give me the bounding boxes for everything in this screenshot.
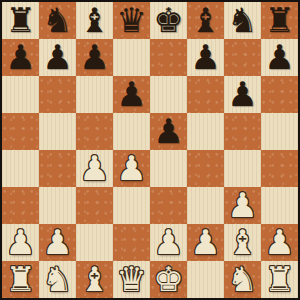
square-e3[interactable] [150, 187, 187, 224]
square-d3[interactable] [113, 187, 150, 224]
square-h7[interactable]: ♟ [261, 39, 298, 76]
square-d2[interactable] [113, 224, 150, 261]
square-d6[interactable]: ♟ [113, 76, 150, 113]
square-b3[interactable] [39, 187, 76, 224]
square-b1[interactable]: ♞ [39, 261, 76, 298]
square-a7[interactable]: ♟ [2, 39, 39, 76]
square-g8[interactable]: ♞ [224, 2, 261, 39]
square-b5[interactable] [39, 113, 76, 150]
black-pawn: ♟ [42, 39, 72, 76]
white-pawn: ♟ [42, 224, 72, 261]
square-c3[interactable] [76, 187, 113, 224]
white-bishop: ♝ [79, 261, 109, 298]
square-b7[interactable]: ♟ [39, 39, 76, 76]
square-f2[interactable]: ♟ [187, 224, 224, 261]
square-a1[interactable]: ♜ [2, 261, 39, 298]
square-h2[interactable]: ♟ [261, 224, 298, 261]
square-g6[interactable]: ♟ [224, 76, 261, 113]
square-g2[interactable]: ♝ [224, 224, 261, 261]
square-h6[interactable] [261, 76, 298, 113]
square-c8[interactable]: ♝ [76, 2, 113, 39]
black-pawn: ♟ [227, 76, 257, 113]
square-d5[interactable] [113, 113, 150, 150]
square-h5[interactable] [261, 113, 298, 150]
square-c4[interactable]: ♟ [76, 150, 113, 187]
square-b2[interactable]: ♟ [39, 224, 76, 261]
black-pawn: ♟ [190, 39, 220, 76]
square-h1[interactable]: ♜ [261, 261, 298, 298]
square-g4[interactable] [224, 150, 261, 187]
white-queen: ♛ [116, 261, 146, 298]
square-c2[interactable] [76, 224, 113, 261]
white-pawn: ♟ [5, 224, 35, 261]
white-rook: ♜ [5, 261, 35, 298]
white-pawn: ♟ [227, 187, 257, 224]
square-a8[interactable]: ♜ [2, 2, 39, 39]
square-h8[interactable]: ♜ [261, 2, 298, 39]
square-e7[interactable] [150, 39, 187, 76]
white-knight: ♞ [227, 261, 257, 298]
square-e2[interactable]: ♟ [150, 224, 187, 261]
square-a5[interactable] [2, 113, 39, 150]
square-d4[interactable]: ♟ [113, 150, 150, 187]
square-b6[interactable] [39, 76, 76, 113]
white-pawn: ♟ [79, 150, 109, 187]
black-pawn: ♟ [264, 39, 294, 76]
white-pawn: ♟ [116, 150, 146, 187]
square-g1[interactable]: ♞ [224, 261, 261, 298]
square-c1[interactable]: ♝ [76, 261, 113, 298]
square-h4[interactable] [261, 150, 298, 187]
white-knight: ♞ [42, 261, 72, 298]
chess-board: ♜♞♝♛♚♝♞♜♟♟♟♟♟♟♟♟♟♟♟♟♟♟♟♝♟♜♞♝♛♚♞♜ [2, 2, 298, 298]
square-f7[interactable]: ♟ [187, 39, 224, 76]
black-rook: ♜ [264, 2, 294, 39]
square-h3[interactable] [261, 187, 298, 224]
square-d8[interactable]: ♛ [113, 2, 150, 39]
square-f6[interactable] [187, 76, 224, 113]
square-f3[interactable] [187, 187, 224, 224]
square-c5[interactable] [76, 113, 113, 150]
square-g7[interactable] [224, 39, 261, 76]
black-knight: ♞ [227, 2, 257, 39]
square-b8[interactable]: ♞ [39, 2, 76, 39]
black-pawn: ♟ [5, 39, 35, 76]
white-king: ♚ [153, 261, 183, 298]
square-f5[interactable] [187, 113, 224, 150]
white-bishop: ♝ [227, 224, 257, 261]
square-f1[interactable] [187, 261, 224, 298]
white-rook: ♜ [264, 261, 294, 298]
black-pawn: ♟ [79, 39, 109, 76]
square-a6[interactable] [2, 76, 39, 113]
white-pawn: ♟ [153, 224, 183, 261]
square-c7[interactable]: ♟ [76, 39, 113, 76]
square-b4[interactable] [39, 150, 76, 187]
white-pawn: ♟ [264, 224, 294, 261]
square-c6[interactable] [76, 76, 113, 113]
square-g5[interactable] [224, 113, 261, 150]
square-e6[interactable] [150, 76, 187, 113]
square-g3[interactable]: ♟ [224, 187, 261, 224]
square-e8[interactable]: ♚ [150, 2, 187, 39]
black-pawn: ♟ [116, 76, 146, 113]
chess-board-frame: ♜♞♝♛♚♝♞♜♟♟♟♟♟♟♟♟♟♟♟♟♟♟♟♝♟♜♞♝♛♚♞♜ [0, 0, 300, 300]
black-bishop: ♝ [190, 2, 220, 39]
black-rook: ♜ [5, 2, 35, 39]
black-pawn: ♟ [153, 113, 183, 150]
white-pawn: ♟ [190, 224, 220, 261]
black-knight: ♞ [42, 2, 72, 39]
square-d7[interactable] [113, 39, 150, 76]
black-queen: ♛ [116, 2, 146, 39]
square-e4[interactable] [150, 150, 187, 187]
square-a2[interactable]: ♟ [2, 224, 39, 261]
black-bishop: ♝ [79, 2, 109, 39]
black-king: ♚ [153, 2, 183, 39]
square-e5[interactable]: ♟ [150, 113, 187, 150]
square-e1[interactable]: ♚ [150, 261, 187, 298]
square-f4[interactable] [187, 150, 224, 187]
square-f8[interactable]: ♝ [187, 2, 224, 39]
square-a3[interactable] [2, 187, 39, 224]
square-a4[interactable] [2, 150, 39, 187]
square-d1[interactable]: ♛ [113, 261, 150, 298]
